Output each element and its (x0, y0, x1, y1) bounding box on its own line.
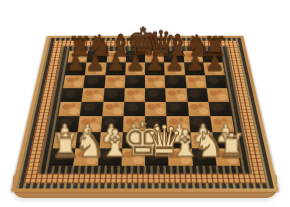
square-a7[interactable]: ♟ (65, 63, 87, 75)
square-f7[interactable]: ♟ (164, 63, 184, 75)
square-e5[interactable] (145, 88, 166, 102)
square-d6[interactable] (125, 75, 145, 88)
piece-black-pawn-e7[interactable]: ♟ (145, 51, 165, 73)
square-c5[interactable] (103, 88, 125, 102)
square-c4[interactable] (102, 102, 124, 117)
square-a5[interactable] (61, 88, 84, 102)
piece-white-king-d1[interactable]: ♚ (121, 116, 145, 163)
square-h5[interactable] (206, 88, 229, 102)
square-e6[interactable] (145, 75, 165, 88)
square-b6[interactable] (84, 75, 106, 88)
piece-black-pawn-d7[interactable]: ♟ (125, 51, 145, 73)
square-e1[interactable]: ♛ (145, 148, 169, 166)
piece-black-pawn-g7[interactable]: ♟ (185, 51, 205, 73)
piece-white-knight-g1[interactable]: ♞ (192, 126, 216, 162)
square-a6[interactable] (63, 75, 85, 88)
square-g6[interactable] (185, 75, 207, 88)
outer-sawtooth-inlay: ♜♞♝♚♛♝♞♜♟♟♟♟♟♟♟♟♟♟♟♟♟♟♟♟♜♞♝♚♛♝♞♜ (16, 38, 274, 189)
square-e7[interactable]: ♟ (145, 63, 165, 75)
square-f6[interactable] (165, 75, 186, 88)
piece-white-bishop-c1[interactable]: ♝ (98, 125, 122, 163)
inner-sawtooth-inlay: ♜♞♝♚♛♝♞♜♟♟♟♟♟♟♟♟♟♟♟♟♟♟♟♟♜♞♝♚♛♝♞♜ (38, 46, 252, 174)
board-outer-frame: ♜♞♝♚♛♝♞♜♟♟♟♟♟♟♟♟♟♟♟♟♟♟♟♟♜♞♝♚♛♝♞♜ (11, 36, 279, 192)
square-f4[interactable] (166, 102, 188, 117)
square-a1[interactable]: ♜ (50, 148, 76, 166)
square-d7[interactable]: ♟ (125, 63, 145, 75)
square-a4[interactable] (58, 102, 82, 117)
square-b1[interactable]: ♞ (74, 148, 99, 166)
square-b7[interactable]: ♟ (85, 63, 106, 75)
square-c6[interactable] (104, 75, 125, 88)
chess-board: ♜♞♝♚♛♝♞♜♟♟♟♟♟♟♟♟♟♟♟♟♟♟♟♟♜♞♝♚♛♝♞♜ (11, 36, 279, 192)
piece-white-bishop-f1[interactable]: ♝ (169, 125, 193, 163)
square-b4[interactable] (80, 102, 103, 117)
ornamental-inlay-band: ♜♞♝♚♛♝♞♜♟♟♟♟♟♟♟♟♟♟♟♟♟♟♟♟♜♞♝♚♛♝♞♜ (24, 41, 266, 183)
chess-set-photo: ♜♞♝♚♛♝♞♜♟♟♟♟♟♟♟♟♟♟♟♟♟♟♟♟♜♞♝♚♛♝♞♜ (0, 0, 290, 207)
square-c1[interactable]: ♝ (97, 148, 122, 166)
piece-white-knight-b1[interactable]: ♞ (74, 126, 98, 162)
piece-black-pawn-a7[interactable]: ♟ (66, 51, 86, 73)
square-h4[interactable] (208, 102, 232, 117)
scene: ♜♞♝♚♛♝♞♜♟♟♟♟♟♟♟♟♟♟♟♟♟♟♟♟♜♞♝♚♛♝♞♜ (0, 0, 290, 207)
square-h1[interactable]: ♜ (214, 148, 240, 166)
square-c7[interactable]: ♟ (105, 63, 125, 75)
square-d1[interactable]: ♚ (121, 148, 145, 166)
piece-black-pawn-h7[interactable]: ♟ (205, 51, 225, 73)
piece-white-queen-e1[interactable]: ♛ (145, 120, 169, 163)
square-h6[interactable] (205, 75, 227, 88)
square-g1[interactable]: ♞ (191, 148, 216, 166)
piece-black-pawn-f7[interactable]: ♟ (165, 51, 185, 73)
board-grid: ♜♞♝♚♛♝♞♜♟♟♟♟♟♟♟♟♟♟♟♟♟♟♟♟♜♞♝♚♛♝♞♜ (50, 51, 240, 166)
piece-white-rook-h1[interactable]: ♜ (216, 129, 240, 163)
piece-black-pawn-c7[interactable]: ♟ (105, 51, 125, 73)
square-b5[interactable] (82, 88, 104, 102)
square-f5[interactable] (165, 88, 187, 102)
square-f1[interactable]: ♝ (168, 148, 193, 166)
piece-white-rook-a1[interactable]: ♜ (50, 129, 74, 163)
square-h7[interactable]: ♟ (203, 63, 225, 75)
square-d5[interactable] (124, 88, 145, 102)
piece-black-pawn-b7[interactable]: ♟ (85, 51, 105, 73)
square-g5[interactable] (186, 88, 208, 102)
square-g7[interactable]: ♟ (184, 63, 205, 75)
square-g4[interactable] (187, 102, 210, 117)
